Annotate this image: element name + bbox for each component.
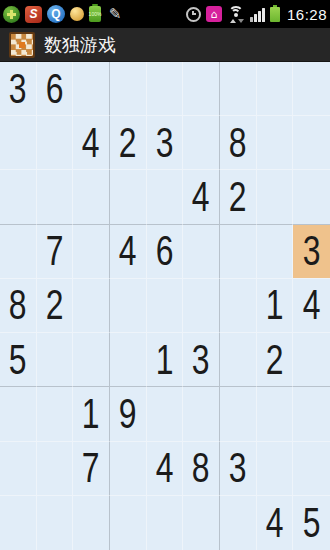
cell-digit: 3 — [156, 122, 174, 164]
cell-r3c2[interactable] — [37, 170, 74, 224]
q-browser-icon: Q — [47, 5, 65, 23]
cell-r6c5[interactable]: 1 — [147, 333, 184, 387]
cell-r1c2[interactable]: 6 — [37, 62, 74, 116]
battery-saver-icon: 100% — [89, 6, 101, 22]
cell-r9c3[interactable] — [73, 496, 110, 550]
cell-r5c9[interactable]: 4 — [293, 279, 330, 333]
cell-r6c1[interactable]: 5 — [0, 333, 37, 387]
cell-digit: 2 — [229, 176, 247, 218]
cell-r2c7[interactable]: 8 — [220, 116, 257, 170]
cell-r6c4[interactable] — [110, 333, 147, 387]
cell-r3c6[interactable]: 4 — [183, 170, 220, 224]
home-badge-icon: ⌂ — [206, 6, 222, 22]
cell-r4c9[interactable]: 3 — [293, 225, 330, 279]
battery-icon — [270, 7, 280, 22]
cell-digit: 7 — [46, 230, 64, 272]
cell-r7c5[interactable] — [147, 387, 184, 441]
cell-digit: 5 — [9, 339, 27, 381]
cell-r5c6[interactable] — [183, 279, 220, 333]
cell-digit: 6 — [46, 68, 64, 110]
cell-digit: 6 — [156, 230, 174, 272]
cell-digit: 4 — [266, 502, 284, 544]
cell-r5c1[interactable]: 8 — [0, 279, 37, 333]
plus-circle-icon — [3, 6, 20, 23]
notification-icons: S Q 100% ✎ — [3, 5, 124, 23]
cell-r2c4[interactable]: 2 — [110, 116, 147, 170]
cell-r7c6[interactable] — [183, 387, 220, 441]
cell-r5c2[interactable]: 2 — [37, 279, 74, 333]
cell-r5c7[interactable] — [220, 279, 257, 333]
cell-r1c6[interactable] — [183, 62, 220, 116]
cell-digit: 3 — [192, 339, 210, 381]
cell-r6c8[interactable]: 2 — [257, 333, 294, 387]
cell-r2c3[interactable]: 4 — [73, 116, 110, 170]
cell-r9c5[interactable] — [147, 496, 184, 550]
cell-r8c9[interactable] — [293, 442, 330, 496]
sudoku-app-icon — [9, 32, 35, 58]
pencil-icon: ✎ — [106, 5, 124, 23]
cell-r6c6[interactable]: 3 — [183, 333, 220, 387]
cell-r2c1[interactable] — [0, 116, 37, 170]
title-bar: 数独游戏 — [0, 28, 330, 62]
app-title: 数独游戏 — [44, 33, 116, 57]
cell-r8c4[interactable] — [110, 442, 147, 496]
cell-digit: 1 — [82, 393, 100, 435]
wifi-icon — [227, 6, 245, 23]
cell-r1c4[interactable] — [110, 62, 147, 116]
cell-r7c3[interactable]: 1 — [73, 387, 110, 441]
cell-r4c2[interactable]: 7 — [37, 225, 74, 279]
cell-digit: 4 — [156, 447, 174, 489]
cell-digit: 3 — [303, 230, 321, 272]
cell-r3c3[interactable] — [73, 170, 110, 224]
cell-r1c3[interactable] — [73, 62, 110, 116]
cell-r4c4[interactable]: 4 — [110, 225, 147, 279]
cell-r3c4[interactable] — [110, 170, 147, 224]
cell-r6c7[interactable] — [220, 333, 257, 387]
cell-r1c7[interactable] — [220, 62, 257, 116]
cell-r2c6[interactable] — [183, 116, 220, 170]
cell-r9c8[interactable]: 4 — [257, 496, 294, 550]
cell-r3c9[interactable] — [293, 170, 330, 224]
cell-r4c3[interactable] — [73, 225, 110, 279]
cell-r8c3[interactable]: 7 — [73, 442, 110, 496]
cell-r8c2[interactable] — [37, 442, 74, 496]
cell-r7c7[interactable] — [220, 387, 257, 441]
alarm-clock-icon — [186, 7, 201, 22]
cell-r2c9[interactable] — [293, 116, 330, 170]
cell-r7c4[interactable]: 9 — [110, 387, 147, 441]
clock-time: 16:28 — [285, 6, 327, 23]
cell-r3c7[interactable]: 2 — [220, 170, 257, 224]
cell-r7c2[interactable] — [37, 387, 74, 441]
cell-r3c5[interactable] — [147, 170, 184, 224]
cell-digit: 7 — [82, 447, 100, 489]
cell-r1c5[interactable] — [147, 62, 184, 116]
cell-digit: 4 — [82, 122, 100, 164]
cell-r2c5[interactable]: 3 — [147, 116, 184, 170]
cell-r7c1[interactable] — [0, 387, 37, 441]
cell-r2c2[interactable] — [37, 116, 74, 170]
cell-r4c6[interactable] — [183, 225, 220, 279]
cell-digit: 2 — [119, 122, 137, 164]
cell-digit: 9 — [119, 393, 137, 435]
sudoku-board: 3642384274638214513219748345 — [0, 62, 330, 550]
cell-r9c7[interactable] — [220, 496, 257, 550]
cell-digit: 3 — [229, 447, 247, 489]
cell-r7c8[interactable] — [257, 387, 294, 441]
cell-digit: 1 — [266, 284, 284, 326]
cell-r4c7[interactable] — [220, 225, 257, 279]
cell-r1c8[interactable] — [257, 62, 294, 116]
cell-r6c3[interactable] — [73, 333, 110, 387]
cell-r5c4[interactable] — [110, 279, 147, 333]
status-bar[interactable]: S Q 100% ✎ ⌂ 16:28 — [0, 0, 330, 28]
cell-r5c8[interactable]: 1 — [257, 279, 294, 333]
cell-r5c5[interactable] — [147, 279, 184, 333]
cell-r3c1[interactable] — [0, 170, 37, 224]
cell-digit: 2 — [266, 339, 284, 381]
cell-r4c8[interactable] — [257, 225, 294, 279]
cell-r9c1[interactable] — [0, 496, 37, 550]
cell-r3c8[interactable] — [257, 170, 294, 224]
gold-dot-icon — [70, 7, 84, 21]
signal-bars-icon — [250, 7, 265, 22]
cell-r9c9[interactable]: 5 — [293, 496, 330, 550]
cell-digit: 4 — [119, 230, 137, 272]
cell-digit: 1 — [156, 339, 174, 381]
cell-r7c9[interactable] — [293, 387, 330, 441]
cell-r8c5[interactable]: 4 — [147, 442, 184, 496]
cell-r8c6[interactable]: 8 — [183, 442, 220, 496]
cell-r8c1[interactable] — [0, 442, 37, 496]
cell-digit: 2 — [46, 284, 64, 326]
cell-digit: 3 — [9, 68, 27, 110]
cell-digit: 8 — [192, 447, 210, 489]
cell-r4c1[interactable] — [0, 225, 37, 279]
cell-digit: 8 — [229, 122, 247, 164]
cell-r9c6[interactable] — [183, 496, 220, 550]
cell-r9c2[interactable] — [37, 496, 74, 550]
cell-r1c9[interactable] — [293, 62, 330, 116]
cell-digit: 5 — [303, 502, 321, 544]
cell-r9c4[interactable] — [110, 496, 147, 550]
cell-digit: 8 — [9, 284, 27, 326]
s-app-icon: S — [25, 6, 42, 23]
cell-r6c9[interactable] — [293, 333, 330, 387]
cell-r4c5[interactable]: 6 — [147, 225, 184, 279]
cell-r5c3[interactable] — [73, 279, 110, 333]
cell-digit: 4 — [192, 176, 210, 218]
cell-r8c8[interactable] — [257, 442, 294, 496]
cell-digit: 4 — [303, 284, 321, 326]
system-status-icons: ⌂ 16:28 — [186, 6, 327, 23]
cell-r2c8[interactable] — [257, 116, 294, 170]
cell-r6c2[interactable] — [37, 333, 74, 387]
cell-r8c7[interactable]: 3 — [220, 442, 257, 496]
cell-r1c1[interactable]: 3 — [0, 62, 37, 116]
